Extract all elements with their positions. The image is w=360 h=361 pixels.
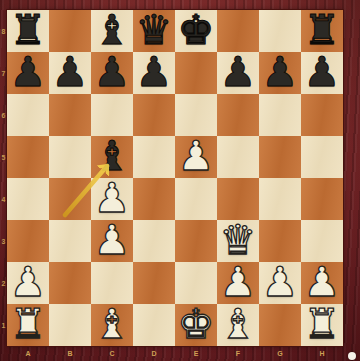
square-f2[interactable]: ♟ [217, 262, 259, 304]
rank-label-2: 2 [0, 262, 7, 304]
square-g1[interactable] [259, 304, 301, 346]
piece-black-pawn[interactable]: ♟ [94, 52, 131, 93]
square-a3[interactable] [7, 220, 49, 262]
file-labels: ABCDEFGH [7, 347, 343, 359]
square-e2[interactable] [175, 262, 217, 304]
square-d2[interactable] [133, 262, 175, 304]
square-h2[interactable]: ♟ [301, 262, 343, 304]
square-c3[interactable]: ♟ [91, 220, 133, 262]
piece-black-rook[interactable]: ♜ [10, 10, 47, 51]
square-f4[interactable] [217, 178, 259, 220]
square-g4[interactable] [259, 178, 301, 220]
file-label-c: C [91, 347, 133, 359]
square-e4[interactable] [175, 178, 217, 220]
file-label-a: A [7, 347, 49, 359]
square-f7[interactable]: ♟ [217, 52, 259, 94]
piece-white-pawn[interactable]: ♟ [262, 262, 299, 303]
square-b4[interactable] [49, 178, 91, 220]
piece-black-bishop[interactable]: ♝ [94, 136, 131, 177]
piece-black-pawn[interactable]: ♟ [52, 52, 89, 93]
square-h6[interactable] [301, 94, 343, 136]
piece-black-bishop[interactable]: ♝ [94, 10, 131, 51]
square-c8[interactable]: ♝ [91, 10, 133, 52]
piece-white-pawn[interactable]: ♟ [10, 262, 47, 303]
piece-white-rook[interactable]: ♜ [304, 304, 341, 345]
square-d8[interactable]: ♛ [133, 10, 175, 52]
piece-black-pawn[interactable]: ♟ [304, 52, 341, 93]
piece-black-pawn[interactable]: ♟ [220, 52, 257, 93]
file-label-g: G [259, 347, 301, 359]
piece-black-pawn[interactable]: ♟ [136, 52, 173, 93]
square-a1[interactable]: ♜ [7, 304, 49, 346]
piece-white-pawn[interactable]: ♟ [304, 262, 341, 303]
file-label-e: E [175, 347, 217, 359]
square-h8[interactable]: ♜ [301, 10, 343, 52]
piece-white-pawn[interactable]: ♟ [220, 262, 257, 303]
square-c1[interactable]: ♝ [91, 304, 133, 346]
square-h7[interactable]: ♟ [301, 52, 343, 94]
square-b6[interactable] [49, 94, 91, 136]
square-c6[interactable] [91, 94, 133, 136]
file-label-h: H [301, 347, 343, 359]
square-g6[interactable] [259, 94, 301, 136]
piece-white-pawn[interactable]: ♟ [94, 178, 131, 219]
square-e8[interactable]: ♚ [175, 10, 217, 52]
square-a6[interactable] [7, 94, 49, 136]
rank-label-4: 4 [0, 178, 7, 220]
square-d1[interactable] [133, 304, 175, 346]
chess-board: ♜♝♛♚♜♟♟♟♟♟♟♟♝♟♟♟♛♟♟♟♟♜♝♚♝♜ [7, 10, 343, 346]
square-a7[interactable]: ♟ [7, 52, 49, 94]
square-b7[interactable]: ♟ [49, 52, 91, 94]
square-c7[interactable]: ♟ [91, 52, 133, 94]
piece-black-king[interactable]: ♚ [178, 10, 215, 51]
square-c2[interactable] [91, 262, 133, 304]
square-a4[interactable] [7, 178, 49, 220]
square-e1[interactable]: ♚ [175, 304, 217, 346]
square-h1[interactable]: ♜ [301, 304, 343, 346]
file-label-d: D [133, 347, 175, 359]
rank-label-1: 1 [0, 304, 7, 346]
square-b2[interactable] [49, 262, 91, 304]
square-a2[interactable]: ♟ [7, 262, 49, 304]
square-a5[interactable] [7, 136, 49, 178]
square-g7[interactable]: ♟ [259, 52, 301, 94]
piece-white-queen[interactable]: ♛ [220, 220, 257, 261]
square-a8[interactable]: ♜ [7, 10, 49, 52]
rank-label-6: 6 [0, 94, 7, 136]
piece-black-pawn[interactable]: ♟ [10, 52, 47, 93]
square-d6[interactable] [133, 94, 175, 136]
square-g8[interactable] [259, 10, 301, 52]
white-to-move-indicator [348, 352, 356, 360]
file-label-b: B [49, 347, 91, 359]
piece-white-bishop[interactable]: ♝ [220, 304, 257, 345]
rank-label-7: 7 [0, 52, 7, 94]
square-d4[interactable] [133, 178, 175, 220]
square-g5[interactable] [259, 136, 301, 178]
square-e5[interactable]: ♟ [175, 136, 217, 178]
piece-white-rook[interactable]: ♜ [10, 304, 47, 345]
square-f6[interactable] [217, 94, 259, 136]
piece-white-bishop[interactable]: ♝ [94, 304, 131, 345]
square-d3[interactable] [133, 220, 175, 262]
square-f5[interactable] [217, 136, 259, 178]
square-h3[interactable] [301, 220, 343, 262]
square-h5[interactable] [301, 136, 343, 178]
square-e7[interactable] [175, 52, 217, 94]
piece-black-rook[interactable]: ♜ [304, 10, 341, 51]
square-c5[interactable]: ♝ [91, 136, 133, 178]
square-b1[interactable] [49, 304, 91, 346]
square-f8[interactable] [217, 10, 259, 52]
piece-white-pawn[interactable]: ♟ [178, 136, 215, 177]
piece-black-pawn[interactable]: ♟ [262, 52, 299, 93]
square-c4[interactable]: ♟ [91, 178, 133, 220]
chess-board-frame: 87654321 ABCDEFGH ♜♝♛♚♜♟♟♟♟♟♟♟♝♟♟♟♛♟♟♟♟♜… [0, 0, 360, 361]
square-b3[interactable] [49, 220, 91, 262]
square-b5[interactable] [49, 136, 91, 178]
piece-white-king[interactable]: ♚ [178, 304, 215, 345]
square-d5[interactable] [133, 136, 175, 178]
rank-label-8: 8 [0, 10, 7, 52]
square-d7[interactable]: ♟ [133, 52, 175, 94]
file-label-f: F [217, 347, 259, 359]
rank-label-5: 5 [0, 136, 7, 178]
square-g2[interactable]: ♟ [259, 262, 301, 304]
piece-black-queen[interactable]: ♛ [136, 10, 173, 51]
square-h4[interactable] [301, 178, 343, 220]
piece-white-pawn[interactable]: ♟ [94, 220, 131, 261]
square-f1[interactable]: ♝ [217, 304, 259, 346]
square-b8[interactable] [49, 10, 91, 52]
square-g3[interactable] [259, 220, 301, 262]
rank-labels: 87654321 [0, 10, 7, 346]
square-e3[interactable] [175, 220, 217, 262]
rank-label-3: 3 [0, 220, 7, 262]
square-e6[interactable] [175, 94, 217, 136]
square-f3[interactable]: ♛ [217, 220, 259, 262]
